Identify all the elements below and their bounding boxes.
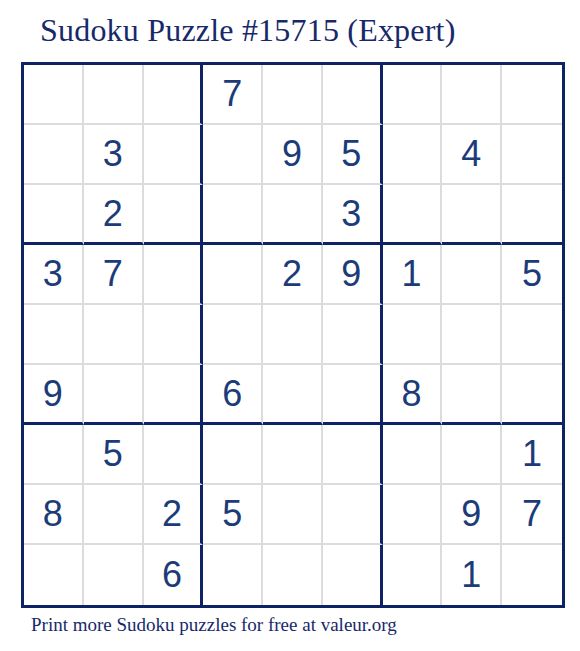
sudoku-cell-r2c8: 4 [442, 125, 502, 185]
sudoku-cell-r2c9 [502, 125, 562, 185]
sudoku-cell-r8c1: 8 [24, 485, 84, 545]
sudoku-cell-r4c9: 5 [502, 245, 562, 305]
sudoku-cell-r4c2: 7 [84, 245, 144, 305]
sudoku-cell-r7c3 [144, 425, 204, 485]
sudoku-cell-r6c8 [442, 365, 502, 425]
footer-note: Print more Sudoku puzzles for free at va… [31, 614, 397, 636]
sudoku-cell-r7c4 [203, 425, 263, 485]
sudoku-cell-r2c5: 9 [263, 125, 323, 185]
sudoku-cell-r1c5 [263, 65, 323, 125]
sudoku-cell-r6c7: 8 [383, 365, 443, 425]
sudoku-cell-r1c2 [84, 65, 144, 125]
sudoku-cell-r2c6: 5 [323, 125, 383, 185]
sudoku-cell-r1c6 [323, 65, 383, 125]
sudoku-cell-r1c3 [144, 65, 204, 125]
sudoku-page: Sudoku Puzzle #15715 (Expert) 7395423372… [0, 0, 580, 651]
sudoku-cell-r8c8: 9 [442, 485, 502, 545]
sudoku-cell-r1c8 [442, 65, 502, 125]
sudoku-cell-r5c7 [383, 305, 443, 365]
sudoku-cell-r8c7 [383, 485, 443, 545]
sudoku-cell-r5c6 [323, 305, 383, 365]
sudoku-cell-r3c7 [383, 185, 443, 245]
sudoku-cell-r7c8 [442, 425, 502, 485]
sudoku-cell-r5c9 [502, 305, 562, 365]
sudoku-cell-r8c5 [263, 485, 323, 545]
sudoku-cell-r3c6: 3 [323, 185, 383, 245]
sudoku-cell-r9c1 [24, 545, 84, 605]
sudoku-cell-r2c7 [383, 125, 443, 185]
sudoku-cell-r5c4 [203, 305, 263, 365]
sudoku-cell-r9c7 [383, 545, 443, 605]
sudoku-cell-r9c6 [323, 545, 383, 605]
sudoku-cell-r2c4 [203, 125, 263, 185]
sudoku-cell-r7c5 [263, 425, 323, 485]
sudoku-cell-r9c4 [203, 545, 263, 605]
sudoku-cell-r5c5 [263, 305, 323, 365]
sudoku-cell-r4c6: 9 [323, 245, 383, 305]
sudoku-cell-r3c9 [502, 185, 562, 245]
sudoku-cell-r1c7 [383, 65, 443, 125]
sudoku-cell-r9c3: 6 [144, 545, 204, 605]
sudoku-board: 7395423372915968518259761 [21, 62, 565, 608]
sudoku-cell-r1c9 [502, 65, 562, 125]
sudoku-cell-r7c2: 5 [84, 425, 144, 485]
sudoku-cell-r9c9 [502, 545, 562, 605]
sudoku-cell-r4c3 [144, 245, 204, 305]
sudoku-cell-r8c2 [84, 485, 144, 545]
sudoku-cell-r4c8 [442, 245, 502, 305]
sudoku-cell-r6c6 [323, 365, 383, 425]
sudoku-cell-r2c2: 3 [84, 125, 144, 185]
sudoku-cell-r1c1 [24, 65, 84, 125]
sudoku-cell-r3c2: 2 [84, 185, 144, 245]
sudoku-cell-r9c5 [263, 545, 323, 605]
sudoku-cell-r9c2 [84, 545, 144, 605]
sudoku-cell-r6c4: 6 [203, 365, 263, 425]
sudoku-cell-r4c7: 1 [383, 245, 443, 305]
sudoku-cell-r5c2 [84, 305, 144, 365]
sudoku-cell-r8c3: 2 [144, 485, 204, 545]
sudoku-cell-r9c8: 1 [442, 545, 502, 605]
sudoku-cell-r7c6 [323, 425, 383, 485]
sudoku-cell-r6c3 [144, 365, 204, 425]
sudoku-cell-r5c3 [144, 305, 204, 365]
sudoku-cell-r1c4: 7 [203, 65, 263, 125]
sudoku-cell-r4c1: 3 [24, 245, 84, 305]
sudoku-cell-r8c9: 7 [502, 485, 562, 545]
sudoku-cell-r6c9 [502, 365, 562, 425]
sudoku-cell-r2c3 [144, 125, 204, 185]
sudoku-cell-r6c2 [84, 365, 144, 425]
sudoku-cell-r7c1 [24, 425, 84, 485]
sudoku-cell-r3c5 [263, 185, 323, 245]
sudoku-cell-r4c5: 2 [263, 245, 323, 305]
sudoku-cell-r8c4: 5 [203, 485, 263, 545]
sudoku-cell-r5c1 [24, 305, 84, 365]
sudoku-cell-r3c3 [144, 185, 204, 245]
sudoku-cell-r8c6 [323, 485, 383, 545]
sudoku-cell-r3c1 [24, 185, 84, 245]
sudoku-cell-r5c8 [442, 305, 502, 365]
sudoku-cell-r6c5 [263, 365, 323, 425]
sudoku-cell-r6c1: 9 [24, 365, 84, 425]
sudoku-cell-r2c1 [24, 125, 84, 185]
sudoku-cell-r3c4 [203, 185, 263, 245]
puzzle-title: Sudoku Puzzle #15715 (Expert) [40, 12, 456, 49]
sudoku-cell-r4c4 [203, 245, 263, 305]
sudoku-cell-r7c9: 1 [502, 425, 562, 485]
sudoku-cell-r7c7 [383, 425, 443, 485]
sudoku-cell-r3c8 [442, 185, 502, 245]
